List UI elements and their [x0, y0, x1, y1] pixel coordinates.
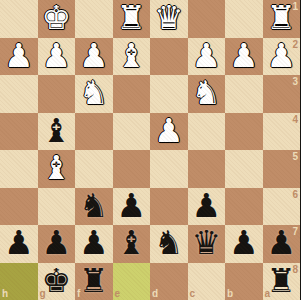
- square-c7[interactable]: ♛: [188, 225, 226, 263]
- piece-black-pawn-e6[interactable]: ♟: [116, 187, 146, 225]
- piece-white-pawn-a2[interactable]: ♟: [266, 37, 296, 75]
- square-c6[interactable]: ♟: [188, 188, 226, 226]
- square-e8[interactable]: e: [113, 263, 151, 300]
- square-f2[interactable]: ♟: [75, 38, 113, 76]
- file-label-c: c: [190, 289, 196, 299]
- piece-black-pawn-c6[interactable]: ♟: [191, 187, 221, 225]
- file-label-e: e: [115, 289, 121, 299]
- square-f8[interactable]: ♜f: [75, 263, 113, 300]
- square-h7[interactable]: ♟: [0, 225, 38, 263]
- rank-label-6: 6: [292, 190, 298, 200]
- piece-white-knight-f3[interactable]: ♞: [79, 74, 109, 112]
- piece-black-rook-a8[interactable]: ♜: [266, 262, 296, 300]
- piece-white-queen-d1[interactable]: ♛: [154, 0, 184, 37]
- piece-black-knight-d7[interactable]: ♞: [154, 224, 184, 262]
- square-g3[interactable]: [38, 75, 76, 113]
- square-a3[interactable]: 3: [263, 75, 301, 113]
- square-e2[interactable]: ♝: [113, 38, 151, 76]
- square-d6[interactable]: [150, 188, 188, 226]
- square-g1[interactable]: ♚: [38, 0, 76, 38]
- square-a8[interactable]: ♜8a: [263, 263, 301, 300]
- square-d8[interactable]: d: [150, 263, 188, 300]
- rank-label-5: 5: [292, 152, 298, 162]
- file-label-h: h: [2, 289, 8, 299]
- file-label-b: b: [227, 289, 233, 299]
- square-b2[interactable]: ♟: [225, 38, 263, 76]
- square-g6[interactable]: [38, 188, 76, 226]
- square-b7[interactable]: ♟: [225, 225, 263, 263]
- piece-white-pawn-c2[interactable]: ♟: [191, 37, 221, 75]
- piece-white-pawn-b2[interactable]: ♟: [229, 37, 259, 75]
- square-c8[interactable]: c: [188, 263, 226, 300]
- square-f7[interactable]: ♟: [75, 225, 113, 263]
- piece-white-bishop-g5[interactable]: ♝: [41, 149, 71, 187]
- square-d2[interactable]: [150, 38, 188, 76]
- square-e3[interactable]: [113, 75, 151, 113]
- square-g8[interactable]: ♚g: [38, 263, 76, 300]
- square-b3[interactable]: [225, 75, 263, 113]
- chess-board: ♚♜♛♜1♟♟♟♝♟♟♟2♞♞3♝♟4♝5♞♟♟6♟♟♟♝♞♛♟♟7h♚g♜fe…: [0, 0, 300, 300]
- square-a6[interactable]: 6: [263, 188, 301, 226]
- square-b5[interactable]: [225, 150, 263, 188]
- piece-black-bishop-e7[interactable]: ♝: [116, 224, 146, 262]
- square-h3[interactable]: [0, 75, 38, 113]
- piece-black-rook-f8[interactable]: ♜: [79, 262, 109, 300]
- square-d1[interactable]: ♛: [150, 0, 188, 38]
- square-d3[interactable]: [150, 75, 188, 113]
- square-h4[interactable]: [0, 113, 38, 151]
- piece-black-pawn-g7[interactable]: ♟: [41, 224, 71, 262]
- square-g4[interactable]: ♝: [38, 113, 76, 151]
- piece-black-knight-f6[interactable]: ♞: [79, 187, 109, 225]
- square-f4[interactable]: [75, 113, 113, 151]
- square-g7[interactable]: ♟: [38, 225, 76, 263]
- square-c2[interactable]: ♟: [188, 38, 226, 76]
- piece-black-pawn-a7[interactable]: ♟: [266, 224, 296, 262]
- square-b8[interactable]: b: [225, 263, 263, 300]
- square-d7[interactable]: ♞: [150, 225, 188, 263]
- square-e7[interactable]: ♝: [113, 225, 151, 263]
- square-a5[interactable]: 5: [263, 150, 301, 188]
- square-d4[interactable]: ♟: [150, 113, 188, 151]
- square-f5[interactable]: [75, 150, 113, 188]
- piece-black-bishop-g4[interactable]: ♝: [41, 112, 71, 150]
- square-g5[interactable]: ♝: [38, 150, 76, 188]
- square-c5[interactable]: [188, 150, 226, 188]
- square-h2[interactable]: ♟: [0, 38, 38, 76]
- square-d5[interactable]: [150, 150, 188, 188]
- square-f3[interactable]: ♞: [75, 75, 113, 113]
- square-b1[interactable]: [225, 0, 263, 38]
- square-b6[interactable]: [225, 188, 263, 226]
- piece-white-pawn-h2[interactable]: ♟: [4, 37, 34, 75]
- square-g2[interactable]: ♟: [38, 38, 76, 76]
- file-label-d: d: [152, 289, 158, 299]
- square-h8[interactable]: h: [0, 263, 38, 300]
- piece-white-king-g1[interactable]: ♚: [41, 0, 71, 37]
- piece-black-pawn-f7[interactable]: ♟: [79, 224, 109, 262]
- chess-board-wrap: ♚♜♛♜1♟♟♟♝♟♟♟2♞♞3♝♟4♝5♞♟♟6♟♟♟♝♞♛♟♟7h♚g♜fe…: [0, 0, 300, 300]
- square-e5[interactable]: [113, 150, 151, 188]
- square-a2[interactable]: ♟2: [263, 38, 301, 76]
- square-c1[interactable]: [188, 0, 226, 38]
- square-e4[interactable]: [113, 113, 151, 151]
- rank-label-4: 4: [292, 115, 298, 125]
- square-b4[interactable]: [225, 113, 263, 151]
- piece-white-bishop-e2[interactable]: ♝: [116, 37, 146, 75]
- piece-black-queen-c7[interactable]: ♛: [191, 224, 221, 262]
- piece-black-king-g8[interactable]: ♚: [41, 262, 71, 300]
- piece-white-pawn-d4[interactable]: ♟: [154, 112, 184, 150]
- square-h5[interactable]: [0, 150, 38, 188]
- piece-white-pawn-f2[interactable]: ♟: [79, 37, 109, 75]
- square-f1[interactable]: [75, 0, 113, 38]
- square-c3[interactable]: ♞: [188, 75, 226, 113]
- square-a7[interactable]: ♟7: [263, 225, 301, 263]
- square-f6[interactable]: ♞: [75, 188, 113, 226]
- square-a4[interactable]: 4: [263, 113, 301, 151]
- square-e1[interactable]: ♜: [113, 0, 151, 38]
- rank-label-3: 3: [292, 77, 298, 87]
- piece-white-pawn-g2[interactable]: ♟: [41, 37, 71, 75]
- square-e6[interactable]: ♟: [113, 188, 151, 226]
- piece-black-pawn-b7[interactable]: ♟: [229, 224, 259, 262]
- piece-white-rook-e1[interactable]: ♜: [116, 0, 146, 37]
- square-c4[interactable]: [188, 113, 226, 151]
- piece-black-pawn-h7[interactable]: ♟: [4, 224, 34, 262]
- piece-white-rook-a1[interactable]: ♜: [266, 0, 296, 37]
- square-h6[interactable]: [0, 188, 38, 226]
- square-a1[interactable]: ♜1: [263, 0, 301, 38]
- square-h1[interactable]: [0, 0, 38, 38]
- piece-white-knight-c3[interactable]: ♞: [191, 74, 221, 112]
